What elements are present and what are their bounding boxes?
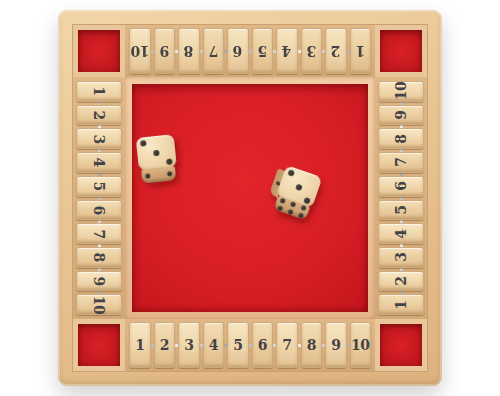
- tile-bottom-4[interactable]: 4: [203, 322, 225, 368]
- pip: [166, 158, 173, 165]
- die-left-top-face: [136, 134, 177, 171]
- pip: [300, 204, 306, 210]
- tile-top-8[interactable]: 8: [178, 28, 200, 74]
- tile-number: 4: [394, 229, 408, 238]
- tile-number: 7: [282, 338, 291, 352]
- tile-left-7[interactable]: 7: [76, 223, 122, 244]
- tile-right-7[interactable]: 7: [378, 152, 424, 173]
- tile-number: 6: [92, 205, 106, 214]
- pip: [303, 197, 311, 205]
- tile-number: 9: [394, 110, 408, 119]
- die-left[interactable]: [136, 134, 179, 184]
- tile-number: 4: [282, 44, 291, 58]
- tile-bottom-10[interactable]: 10: [350, 322, 372, 368]
- inner-wall: [125, 77, 375, 319]
- tile-column-left: 12345678910: [73, 77, 125, 319]
- tile-right-10[interactable]: 10: [378, 81, 424, 102]
- pip: [295, 183, 303, 191]
- tile-left-9[interactable]: 9: [76, 271, 122, 292]
- tile-number: 7: [209, 44, 218, 58]
- tile-number: 2: [92, 110, 106, 119]
- die-left-front-face: [141, 166, 176, 183]
- tile-number: 5: [233, 338, 242, 352]
- tile-number: 10: [351, 338, 369, 352]
- tile-top-5[interactable]: 5: [252, 28, 274, 74]
- tile-number: 10: [394, 82, 408, 100]
- tile-number: 8: [184, 44, 193, 58]
- corner-felt-bottom-left: [73, 319, 125, 371]
- tile-number: 4: [209, 338, 218, 352]
- tile-left-5[interactable]: 5: [76, 176, 122, 197]
- die-right[interactable]: [272, 165, 323, 221]
- tile-number: 7: [394, 158, 408, 167]
- tile-right-2[interactable]: 2: [378, 271, 424, 292]
- tile-number: 8: [307, 338, 316, 352]
- pip: [145, 173, 150, 178]
- tile-right-6[interactable]: 6: [378, 176, 424, 197]
- tile-number: 5: [92, 182, 106, 191]
- tile-number: 3: [394, 253, 408, 262]
- tile-number: 9: [331, 338, 340, 352]
- tile-top-3[interactable]: 3: [301, 28, 323, 74]
- tile-number: 2: [160, 338, 169, 352]
- tile-top-10[interactable]: 10: [129, 28, 151, 74]
- tile-left-4[interactable]: 4: [76, 152, 122, 173]
- tile-number: 5: [258, 44, 267, 58]
- tile-bottom-8[interactable]: 8: [301, 322, 323, 368]
- tile-number: 6: [394, 182, 408, 191]
- tile-bottom-1[interactable]: 1: [129, 322, 151, 368]
- felt-playing-area: [132, 84, 368, 312]
- tile-left-2[interactable]: 2: [76, 105, 122, 126]
- tile-top-9[interactable]: 9: [154, 28, 176, 74]
- tile-right-3[interactable]: 3: [378, 247, 424, 268]
- tile-bottom-3[interactable]: 3: [178, 322, 200, 368]
- tile-number: 10: [131, 44, 149, 58]
- tile-top-7[interactable]: 7: [203, 28, 225, 74]
- tile-number: 5: [394, 205, 408, 214]
- board-inner: 10987654321 12345678910 10987654321: [72, 24, 428, 372]
- tile-number: 6: [258, 338, 267, 352]
- tile-number: 3: [184, 338, 193, 352]
- pip: [280, 197, 286, 203]
- tile-left-3[interactable]: 3: [76, 128, 122, 149]
- tile-bottom-7[interactable]: 7: [276, 322, 298, 368]
- tile-number: 8: [394, 134, 408, 143]
- tile-right-4[interactable]: 4: [378, 223, 424, 244]
- tile-left-8[interactable]: 8: [76, 247, 122, 268]
- tile-row-bottom: 12345678910: [125, 319, 375, 371]
- pip: [290, 201, 296, 207]
- tile-number: 3: [92, 134, 106, 143]
- tile-number: 9: [92, 276, 106, 285]
- tile-left-10[interactable]: 10: [76, 294, 122, 315]
- tile-number: 9: [160, 44, 169, 58]
- tile-row-top: 10987654321: [125, 25, 375, 77]
- pip: [277, 206, 283, 212]
- tile-number: 10: [92, 295, 106, 313]
- tile-left-1[interactable]: 1: [76, 81, 122, 102]
- tile-number: 4: [92, 158, 106, 167]
- tile-bottom-6[interactable]: 6: [252, 322, 274, 368]
- tile-right-8[interactable]: 8: [378, 128, 424, 149]
- tile-top-2[interactable]: 2: [325, 28, 347, 74]
- tile-left-6[interactable]: 6: [76, 200, 122, 221]
- tile-number: 8: [92, 253, 106, 262]
- pip: [297, 213, 303, 219]
- tile-bottom-9[interactable]: 9: [325, 322, 347, 368]
- tile-number: 1: [92, 87, 106, 96]
- tile-bottom-5[interactable]: 5: [227, 322, 249, 368]
- product-photo-stage: 10987654321 12345678910 10987654321: [0, 0, 500, 396]
- tile-right-5[interactable]: 5: [378, 200, 424, 221]
- pip: [287, 169, 295, 177]
- tile-column-right: 10987654321: [375, 77, 427, 319]
- tile-number: 1: [135, 338, 144, 352]
- pip: [167, 171, 172, 176]
- tile-number: 3: [307, 44, 316, 58]
- tile-number: 1: [356, 44, 365, 58]
- tile-number: 6: [233, 44, 242, 58]
- corner-felt-bottom-right: [375, 319, 427, 371]
- tile-bottom-2[interactable]: 2: [154, 322, 176, 368]
- corner-felt-top-left: [73, 25, 125, 77]
- tile-top-1[interactable]: 1: [350, 28, 372, 74]
- tile-number: 1: [394, 300, 408, 309]
- pip: [287, 209, 293, 215]
- tile-top-4[interactable]: 4: [276, 28, 298, 74]
- tile-right-9[interactable]: 9: [378, 105, 424, 126]
- tile-number: 2: [331, 44, 340, 58]
- corner-felt-top-right: [375, 25, 427, 77]
- shut-the-box-board: 10987654321 12345678910 10987654321: [58, 10, 442, 386]
- tile-number: 2: [394, 276, 408, 285]
- pip: [140, 140, 147, 147]
- tile-number: 7: [92, 229, 106, 238]
- tile-top-6[interactable]: 6: [227, 28, 249, 74]
- tile-right-1[interactable]: 1: [378, 294, 424, 315]
- pip: [153, 149, 160, 156]
